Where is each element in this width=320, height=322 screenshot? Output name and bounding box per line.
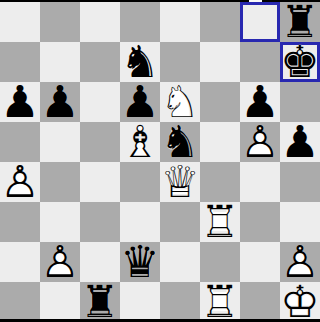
square-a2[interactable] [0,242,40,282]
white-bishop-fill: ♝ [120,122,160,162]
square-d2[interactable]: ♕♛ [120,242,160,282]
black-pawn[interactable]: ♟ [240,82,280,122]
square-a4[interactable]: ♟♙ [0,162,40,202]
square-c3[interactable] [80,202,120,242]
square-b2[interactable]: ♟♙ [40,242,80,282]
square-e8[interactable] [160,2,200,42]
black-pawn[interactable]: ♟ [120,82,160,122]
white-knight[interactable]: ♘ [160,82,200,122]
square-d7[interactable]: ♘♞ [120,42,160,82]
white-rook-fill: ♜ [200,202,240,242]
square-d5[interactable]: ♝♗ [120,122,160,162]
square-g6[interactable]: ♙♟ [240,82,280,122]
square-d4[interactable] [120,162,160,202]
black-king[interactable]: ♚ [280,42,320,82]
square-g5[interactable]: ♟♙ [240,122,280,162]
square-a7[interactable] [0,42,40,82]
square-b6[interactable]: ♙♟ [40,82,80,122]
square-e6[interactable]: ♞♘ [160,82,200,122]
square-f2[interactable] [200,242,240,282]
square-a8[interactable] [0,2,40,42]
square-g3[interactable] [240,202,280,242]
white-queen[interactable]: ♕ [160,162,200,202]
white-knight-fill: ♞ [160,82,200,122]
white-pawn-fill: ♟ [280,242,320,282]
window-top-edge-notch [249,0,262,2]
square-g7[interactable] [240,42,280,82]
square-g2[interactable] [240,242,280,282]
white-pawn[interactable]: ♙ [0,162,40,202]
square-h1[interactable]: ♚♔ [280,282,320,322]
square-e5[interactable]: ♘♞ [160,122,200,162]
square-a5[interactable] [0,122,40,162]
square-h7[interactable]: ♔♚ [280,42,320,82]
black-pawn[interactable]: ♟ [0,82,40,122]
chess-app-window: ♖♜♘♞♔♚♙♟♙♟♙♟♞♘♙♟♝♗♘♞♟♙♙♟♟♙♛♕♜♖♟♙♕♛♟♙♖♜♜♖… [0,0,320,322]
square-f7[interactable] [200,42,240,82]
black-knight[interactable]: ♞ [160,122,200,162]
black-king-fill: ♔ [280,42,320,82]
square-c8[interactable] [80,2,120,42]
square-g1[interactable] [240,282,280,322]
square-a6[interactable]: ♙♟ [0,82,40,122]
black-knight-fill: ♘ [160,122,200,162]
square-d1[interactable] [120,282,160,322]
square-g8[interactable] [240,2,280,42]
square-c5[interactable] [80,122,120,162]
black-rook-fill: ♖ [280,2,320,42]
black-knight-fill: ♘ [120,42,160,82]
square-b5[interactable] [40,122,80,162]
square-h3[interactable] [280,202,320,242]
square-d3[interactable] [120,202,160,242]
square-h2[interactable]: ♟♙ [280,242,320,282]
square-h5[interactable]: ♙♟ [280,122,320,162]
square-b1[interactable] [40,282,80,322]
white-bishop[interactable]: ♗ [120,122,160,162]
white-pawn[interactable]: ♙ [280,242,320,282]
square-h4[interactable] [280,162,320,202]
white-king-fill: ♚ [280,282,320,322]
square-d8[interactable] [120,2,160,42]
black-rook[interactable]: ♜ [80,282,120,322]
black-queen-fill: ♕ [120,242,160,282]
square-h6[interactable] [280,82,320,122]
square-e2[interactable] [160,242,200,282]
square-c1[interactable]: ♖♜ [80,282,120,322]
square-d6[interactable]: ♙♟ [120,82,160,122]
white-rook[interactable]: ♖ [200,282,240,322]
black-knight[interactable]: ♞ [120,42,160,82]
square-f8[interactable] [200,2,240,42]
square-e3[interactable] [160,202,200,242]
square-a1[interactable] [0,282,40,322]
white-pawn[interactable]: ♙ [40,242,80,282]
square-c6[interactable] [80,82,120,122]
square-c7[interactable] [80,42,120,82]
black-rook-fill: ♖ [80,282,120,322]
square-a3[interactable] [0,202,40,242]
white-pawn-fill: ♟ [240,122,280,162]
square-h8[interactable]: ♖♜ [280,2,320,42]
square-f6[interactable] [200,82,240,122]
square-b3[interactable] [40,202,80,242]
black-pawn-fill: ♙ [280,122,320,162]
square-f1[interactable]: ♜♖ [200,282,240,322]
square-f5[interactable] [200,122,240,162]
black-pawn-fill: ♙ [240,82,280,122]
square-g4[interactable] [240,162,280,202]
square-e1[interactable] [160,282,200,322]
square-b4[interactable] [40,162,80,202]
square-e4[interactable]: ♛♕ [160,162,200,202]
white-queen-fill: ♛ [160,162,200,202]
square-f3[interactable]: ♜♖ [200,202,240,242]
white-pawn[interactable]: ♙ [240,122,280,162]
white-pawn-fill: ♟ [40,242,80,282]
square-c4[interactable] [80,162,120,202]
black-pawn[interactable]: ♟ [40,82,80,122]
black-rook[interactable]: ♜ [280,2,320,42]
black-queen[interactable]: ♛ [120,242,160,282]
black-pawn-fill: ♙ [120,82,160,122]
square-b7[interactable] [40,42,80,82]
square-b8[interactable] [40,2,80,42]
black-pawn[interactable]: ♟ [280,122,320,162]
white-rook-fill: ♜ [200,282,240,322]
black-pawn-fill: ♙ [0,82,40,122]
black-pawn-fill: ♙ [40,82,80,122]
white-king[interactable]: ♔ [280,282,320,322]
white-pawn-fill: ♟ [0,162,40,202]
white-rook[interactable]: ♖ [200,202,240,242]
square-e7[interactable] [160,42,200,82]
square-f4[interactable] [200,162,240,202]
square-c2[interactable] [80,242,120,282]
chess-board: ♖♜♘♞♔♚♙♟♙♟♙♟♞♘♙♟♝♗♘♞♟♙♙♟♟♙♛♕♜♖♟♙♕♛♟♙♖♜♜♖… [0,2,320,322]
